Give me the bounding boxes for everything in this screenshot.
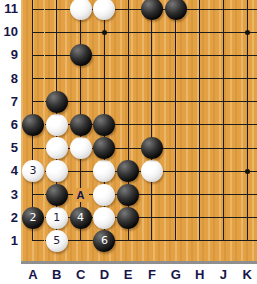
column-label-A: A [25,266,41,284]
stone-black-C6[interactable] [70,114,92,136]
column-label-D: D [96,266,112,284]
board-point-C4[interactable] [69,160,93,183]
stone-black-A2[interactable]: 2 [22,207,44,229]
board-point-H10[interactable] [188,21,212,44]
board-point-F8[interactable] [140,67,164,90]
stone-black-G11[interactable] [165,0,187,20]
board-point-G7[interactable] [164,90,188,113]
row-label-3: 3 [0,187,18,203]
board-point-F10[interactable] [140,21,164,44]
board-bottom-shadow [21,261,257,264]
board-point-H5[interactable] [188,137,212,160]
board-point-K2[interactable] [235,206,257,229]
board-point-A5[interactable] [21,137,45,160]
board-point-D7[interactable] [92,90,116,113]
board-point-H4[interactable] [188,160,212,183]
stone-black-E2[interactable] [117,207,139,229]
stone-white-B1[interactable]: 5 [46,230,68,252]
row-label-5: 5 [0,140,18,156]
board-point-H9[interactable] [188,44,212,67]
row-label-9: 9 [0,47,18,63]
board-point-J8[interactable] [211,67,235,90]
board-point-E8[interactable] [116,67,140,90]
board-point-K9[interactable] [235,44,257,67]
board-point-H6[interactable] [188,113,212,136]
board-point-F7[interactable] [140,90,164,113]
stone-black-A6[interactable] [22,114,44,136]
board-point-E6[interactable] [116,113,140,136]
board-point-E7[interactable] [116,90,140,113]
board-point-K11[interactable] [235,0,257,21]
board-point-B10[interactable] [45,21,69,44]
column-label-C: C [73,266,89,284]
board-point-C1[interactable] [69,229,93,252]
board-point-A10[interactable] [21,21,45,44]
row-label-1: 1 [0,233,18,249]
board-point-J5[interactable] [211,137,235,160]
board-point-G6[interactable] [164,113,188,136]
board-point-F3[interactable] [140,183,164,206]
star-point-K10 [245,30,250,35]
board-point-D8[interactable] [92,67,116,90]
board-point-J11[interactable] [211,0,235,21]
board-point-F9[interactable] [140,44,164,67]
star-point-K4 [245,169,250,174]
board-point-G5[interactable] [164,137,188,160]
row-label-7: 7 [0,94,18,110]
board-point-F6[interactable] [140,113,164,136]
column-label-H: H [192,266,208,284]
board-point-G3[interactable] [164,183,188,206]
column-label-E: E [120,266,136,284]
stone-black-C2[interactable]: 4 [70,207,92,229]
board-point-H3[interactable] [188,183,212,206]
board-point-E11[interactable] [116,0,140,21]
row-label-10: 10 [0,24,18,40]
board-point-A9[interactable] [21,44,45,67]
stone-black-B7[interactable] [46,91,68,113]
board-point-A11[interactable] [21,0,45,21]
go-board[interactable]: 315246A [21,0,257,261]
column-label-J: J [215,266,231,284]
board-point-D9[interactable] [92,44,116,67]
column-label-G: G [168,266,184,284]
board-point-A8[interactable] [21,67,45,90]
stone-black-B3[interactable] [46,184,68,206]
go-diagram: 315246A 1110987654321 ABCDEFGHJK [0,0,257,284]
board-point-C7[interactable] [69,90,93,113]
board-point-G8[interactable] [164,67,188,90]
row-label-8: 8 [0,71,18,87]
board-point-C8[interactable] [69,67,93,90]
board-point-J3[interactable] [211,183,235,206]
board-point-G10[interactable] [164,21,188,44]
stone-white-B2[interactable]: 1 [46,207,68,229]
board-point-K5[interactable] [235,137,257,160]
row-label-11: 11 [0,1,18,17]
column-label-K: K [239,266,255,284]
board-point-K3[interactable] [235,183,257,206]
board-point-H8[interactable] [188,67,212,90]
board-point-B9[interactable] [45,44,69,67]
board-point-K6[interactable] [235,113,257,136]
board-point-G1[interactable] [164,229,188,252]
board-point-A3[interactable] [21,183,45,206]
board-point-J10[interactable] [211,21,235,44]
stone-white-D3[interactable] [93,184,115,206]
board-point-G9[interactable] [164,44,188,67]
row-label-4: 4 [0,163,18,179]
board-point-E1[interactable] [116,229,140,252]
board-point-H2[interactable] [188,206,212,229]
board-point-H11[interactable] [188,0,212,21]
board-point-E5[interactable] [116,137,140,160]
board-point-H1[interactable] [188,229,212,252]
column-label-F: F [144,266,160,284]
column-label-B: B [49,266,65,284]
board-point-E10[interactable] [116,21,140,44]
board-point-B8[interactable] [45,67,69,90]
board-point-J4[interactable] [211,160,235,183]
board-point-F1[interactable] [140,229,164,252]
board-point-K1[interactable] [235,229,257,252]
stone-black-C9[interactable] [70,44,92,66]
board-point-K7[interactable] [235,90,257,113]
board-point-J1[interactable] [211,229,235,252]
board-point-J6[interactable] [211,113,235,136]
letter-mark-C3[interactable]: A [73,188,89,202]
board-point-J2[interactable] [211,206,235,229]
board-point-K8[interactable] [235,67,257,90]
board-point-C10[interactable] [69,21,93,44]
board-point-B11[interactable] [45,0,69,21]
board-point-J9[interactable] [211,44,235,67]
board-point-G4[interactable] [164,160,188,183]
stone-white-C5[interactable] [70,137,92,159]
board-point-J7[interactable] [211,90,235,113]
board-point-G2[interactable] [164,206,188,229]
board-point-E9[interactable] [116,44,140,67]
board-point-A7[interactable] [21,90,45,113]
board-point-F2[interactable] [140,206,164,229]
stone-white-B6[interactable] [46,114,68,136]
stone-black-E3[interactable] [117,184,139,206]
board-point-A1[interactable] [21,229,45,252]
stone-white-C11[interactable] [70,0,92,20]
star-point-D10 [102,30,107,35]
row-label-6: 6 [0,117,18,133]
row-label-2: 2 [0,210,18,226]
board-point-H7[interactable] [188,90,212,113]
stone-white-B5[interactable] [46,137,68,159]
